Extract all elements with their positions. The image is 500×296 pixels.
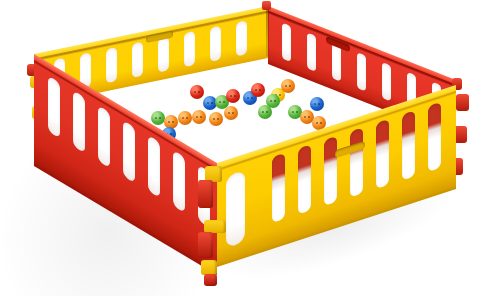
panel-slot (158, 36, 169, 72)
panel-slot (282, 23, 291, 63)
panel-slot (184, 31, 195, 67)
ball-orange (209, 112, 223, 126)
panel-slot (298, 144, 311, 214)
back-corner-cap (262, 1, 271, 10)
panel-slot (376, 119, 389, 189)
product-photo (0, 0, 500, 296)
ball-orange (281, 79, 295, 93)
ball-red (190, 85, 204, 99)
hinge-tab (204, 274, 217, 286)
ball-blue (310, 97, 324, 111)
panel-slot (98, 105, 110, 168)
panel-slot (382, 62, 391, 102)
ball-orange (224, 106, 238, 120)
hinge-tab (198, 232, 213, 258)
panel-slot (236, 20, 247, 56)
ball-green (266, 94, 280, 108)
ball-green (151, 111, 165, 125)
ball-red (226, 89, 240, 103)
ball-orange (178, 111, 192, 125)
panel-slot (210, 26, 221, 62)
ball-orange (192, 110, 206, 124)
panel-slot (272, 153, 285, 223)
playpen (0, 0, 500, 296)
panel-slot (357, 52, 366, 92)
panel-slot (48, 75, 60, 138)
back-corner-seam (266, 6, 269, 57)
panel-slot (428, 102, 441, 172)
panel-end-slot (226, 170, 245, 248)
panel-slot (148, 135, 160, 198)
red-hinge-tab (456, 94, 469, 111)
panel-front-right-yellow (217, 85, 456, 267)
panel-slot (132, 42, 143, 78)
panel-slot (173, 150, 185, 213)
panel-slot (402, 110, 415, 180)
panel-slot (73, 90, 85, 153)
panel-slot (324, 136, 337, 206)
hinge-tab (201, 260, 217, 275)
panel-slot (106, 47, 117, 83)
panel-slot (123, 120, 135, 183)
hinge-tab (198, 180, 213, 208)
ball-red (251, 83, 265, 97)
panel-slot (307, 32, 316, 72)
panel-slot (350, 127, 363, 197)
